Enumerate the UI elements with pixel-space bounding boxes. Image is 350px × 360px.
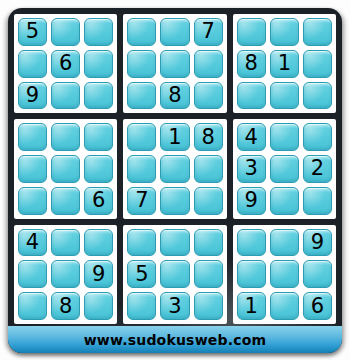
- cell-r9c4[interactable]: [127, 292, 156, 320]
- given-digit: 6: [311, 296, 324, 317]
- cell-r2c4[interactable]: [127, 50, 156, 78]
- cell-r4c4[interactable]: [127, 123, 156, 151]
- cell-r1c2[interactable]: [51, 18, 80, 46]
- cell-r1c6[interactable]: 7: [194, 18, 223, 46]
- cell-r3c2[interactable]: [51, 82, 80, 110]
- box-3-2: 53: [123, 225, 226, 324]
- cell-r9c9[interactable]: 6: [303, 292, 332, 320]
- cell-r2c8[interactable]: 1: [270, 50, 299, 78]
- cell-r8c6[interactable]: [194, 260, 223, 288]
- cell-r8c8[interactable]: [270, 260, 299, 288]
- cell-r5c7[interactable]: 3: [237, 155, 266, 183]
- cell-r6c1[interactable]: [18, 187, 47, 215]
- cell-r9c3[interactable]: [84, 292, 113, 320]
- given-digit: 9: [245, 190, 258, 211]
- cell-r4c7[interactable]: 4: [237, 123, 266, 151]
- given-digit: 8: [245, 53, 258, 74]
- given-digit: 1: [168, 127, 181, 148]
- given-digit: 4: [245, 127, 258, 148]
- given-digit: 5: [135, 264, 148, 285]
- cell-r7c2[interactable]: [51, 229, 80, 257]
- cell-r9c7[interactable]: 1: [237, 292, 266, 320]
- cell-r9c5[interactable]: 3: [160, 292, 189, 320]
- cell-r2c7[interactable]: 8: [237, 50, 266, 78]
- cell-r6c9[interactable]: [303, 187, 332, 215]
- cell-r8c4[interactable]: 5: [127, 260, 156, 288]
- cell-r5c4[interactable]: [127, 155, 156, 183]
- cell-r3c6[interactable]: [194, 82, 223, 110]
- given-digit: 9: [92, 264, 105, 285]
- cell-r7c6[interactable]: [194, 229, 223, 257]
- cell-r5c9[interactable]: 2: [303, 155, 332, 183]
- cell-r2c6[interactable]: [194, 50, 223, 78]
- given-digit: 8: [201, 127, 214, 148]
- cell-r3c8[interactable]: [270, 82, 299, 110]
- cell-r4c5[interactable]: 1: [160, 123, 189, 151]
- given-digit: 9: [311, 232, 324, 253]
- page: 56978816187432949853916 www.sudokusweb.c…: [0, 0, 350, 360]
- box-3-3: 916: [233, 225, 336, 324]
- cell-r6c4[interactable]: 7: [127, 187, 156, 215]
- cell-r5c6[interactable]: [194, 155, 223, 183]
- cell-r4c1[interactable]: [18, 123, 47, 151]
- cell-r3c4[interactable]: [127, 82, 156, 110]
- cell-r6c8[interactable]: [270, 187, 299, 215]
- cell-r7c4[interactable]: [127, 229, 156, 257]
- cell-r4c9[interactable]: [303, 123, 332, 151]
- cell-r6c3[interactable]: 6: [84, 187, 113, 215]
- cell-r5c8[interactable]: [270, 155, 299, 183]
- cell-r4c3[interactable]: [84, 123, 113, 151]
- given-digit: 9: [26, 85, 39, 106]
- cell-r8c5[interactable]: [160, 260, 189, 288]
- cell-r8c3[interactable]: 9: [84, 260, 113, 288]
- cell-r9c8[interactable]: [270, 292, 299, 320]
- board-frame: 56978816187432949853916 www.sudokusweb.c…: [8, 8, 342, 353]
- cell-r3c9[interactable]: [303, 82, 332, 110]
- cell-r1c9[interactable]: [303, 18, 332, 46]
- cell-r6c5[interactable]: [160, 187, 189, 215]
- cell-r3c7[interactable]: [237, 82, 266, 110]
- cell-r2c3[interactable]: [84, 50, 113, 78]
- cell-r5c2[interactable]: [51, 155, 80, 183]
- cell-r9c2[interactable]: 8: [51, 292, 80, 320]
- given-digit: 7: [135, 190, 148, 211]
- given-digit: 8: [168, 85, 181, 106]
- given-digit: 1: [245, 296, 258, 317]
- given-digit: 6: [59, 53, 72, 74]
- cell-r7c5[interactable]: [160, 229, 189, 257]
- cell-r1c5[interactable]: [160, 18, 189, 46]
- given-digit: 3: [245, 158, 258, 179]
- cell-r1c8[interactable]: [270, 18, 299, 46]
- cell-r7c3[interactable]: [84, 229, 113, 257]
- cell-r9c6[interactable]: [194, 292, 223, 320]
- cell-r4c8[interactable]: [270, 123, 299, 151]
- cell-r4c6[interactable]: 8: [194, 123, 223, 151]
- given-digit: 1: [278, 53, 291, 74]
- given-digit: 6: [92, 190, 105, 211]
- given-digit: 2: [311, 158, 324, 179]
- box-1-1: 569: [14, 14, 117, 113]
- cell-r8c9[interactable]: [303, 260, 332, 288]
- given-digit: 7: [201, 21, 214, 42]
- cell-r1c4[interactable]: [127, 18, 156, 46]
- box-2-2: 187: [123, 119, 226, 218]
- cell-r7c7[interactable]: [237, 229, 266, 257]
- cell-r2c2[interactable]: 6: [51, 50, 80, 78]
- cell-r1c1[interactable]: 5: [18, 18, 47, 46]
- cell-r2c5[interactable]: [160, 50, 189, 78]
- website-link[interactable]: www.sudokusweb.com: [84, 332, 267, 348]
- cell-r8c7[interactable]: [237, 260, 266, 288]
- box-1-2: 78: [123, 14, 226, 113]
- cell-r6c6[interactable]: [194, 187, 223, 215]
- cell-r7c9[interactable]: 9: [303, 229, 332, 257]
- cell-r6c7[interactable]: 9: [237, 187, 266, 215]
- cell-r1c7[interactable]: [237, 18, 266, 46]
- given-digit: 4: [26, 232, 39, 253]
- footer-band: www.sudokusweb.com: [8, 326, 342, 353]
- cell-r8c1[interactable]: [18, 260, 47, 288]
- box-3-1: 498: [14, 225, 117, 324]
- cell-r2c9[interactable]: [303, 50, 332, 78]
- given-digit: 3: [168, 296, 181, 317]
- cell-r5c5[interactable]: [160, 155, 189, 183]
- cell-r7c8[interactable]: [270, 229, 299, 257]
- cell-r6c2[interactable]: [51, 187, 80, 215]
- cell-r8c2[interactable]: [51, 260, 80, 288]
- cell-r1c3[interactable]: [84, 18, 113, 46]
- sudoku-board: 56978816187432949853916: [14, 14, 336, 324]
- cell-r2c1[interactable]: [18, 50, 47, 78]
- box-2-1: 6: [14, 119, 117, 218]
- cell-r3c1[interactable]: 9: [18, 82, 47, 110]
- cell-r9c1[interactable]: [18, 292, 47, 320]
- cell-r5c3[interactable]: [84, 155, 113, 183]
- cell-r5c1[interactable]: [18, 155, 47, 183]
- given-digit: 8: [59, 296, 72, 317]
- box-1-3: 81: [233, 14, 336, 113]
- box-2-3: 4329: [233, 119, 336, 218]
- cell-r4c2[interactable]: [51, 123, 80, 151]
- cell-r3c3[interactable]: [84, 82, 113, 110]
- cell-r7c1[interactable]: 4: [18, 229, 47, 257]
- given-digit: 5: [26, 21, 39, 42]
- cell-r3c5[interactable]: 8: [160, 82, 189, 110]
